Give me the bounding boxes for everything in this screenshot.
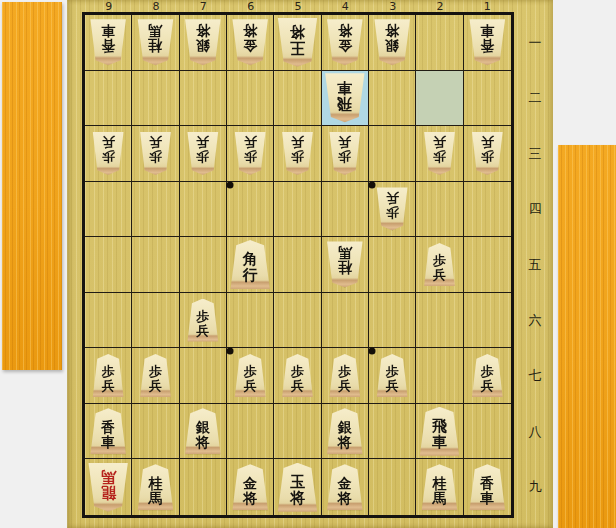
piece-kanji: 歩兵 (291, 365, 304, 392)
square-8-1[interactable]: 桂馬 (132, 15, 179, 71)
piece-gote-pawn-13[interactable]: 歩兵 (471, 132, 503, 175)
piece-kanji: 銀将 (196, 24, 210, 53)
piece-gote-pawn-34[interactable]: 歩兵 (376, 187, 408, 230)
square-3-6[interactable] (369, 293, 416, 349)
square-1-8[interactable] (464, 404, 511, 460)
piece-kanji: 歩兵 (149, 365, 162, 392)
square-4-2-last-move-destination[interactable]: 飛車 (322, 71, 369, 127)
square-7-7[interactable] (180, 348, 227, 404)
square-2-3[interactable]: 歩兵 (416, 126, 463, 182)
piece-sente-knight-89[interactable]: 桂馬 (137, 464, 174, 510)
piece-sente-king-59[interactable]: 玉将 (277, 463, 318, 512)
piece-kanji: 玉将 (290, 475, 305, 507)
square-3-7[interactable]: 歩兵 (369, 348, 416, 404)
square-2-8[interactable]: 飛車 (416, 404, 463, 460)
piece-kanji: 銀将 (338, 420, 352, 449)
piece-kanji: 銀将 (196, 420, 210, 449)
square-3-4[interactable]: 歩兵 (369, 182, 416, 238)
piece-gote-pawn-23[interactable]: 歩兵 (423, 132, 455, 175)
rank-label-4: 四 (517, 182, 553, 238)
square-2-7[interactable] (416, 348, 463, 404)
piece-kanji: 歩兵 (102, 136, 115, 163)
piece-gote-pawn-83[interactable]: 歩兵 (139, 132, 171, 175)
piece-kanji: 歩兵 (338, 365, 351, 392)
square-5-6[interactable] (274, 293, 321, 349)
star-point (227, 181, 234, 188)
komadai-sente-piece-stand (558, 145, 616, 528)
square-1-2[interactable] (464, 71, 511, 127)
piece-sente-lance-19[interactable]: 香車 (469, 464, 506, 510)
star-point (227, 348, 234, 355)
square-6-1[interactable]: 金将 (227, 15, 274, 71)
piece-sente-gold-49[interactable]: 金将 (326, 464, 363, 510)
piece-sente-pawn-25[interactable]: 歩兵 (423, 243, 455, 286)
piece-kanji: 飛車 (432, 419, 447, 451)
piece-kanji: 歩兵 (196, 310, 209, 337)
square-3-9[interactable] (369, 459, 416, 515)
rank-label-9: 九 (517, 460, 553, 516)
piece-kanji: 歩兵 (244, 136, 257, 163)
square-2-5[interactable]: 歩兵 (416, 237, 463, 293)
piece-gote-pawn-43[interactable]: 歩兵 (329, 132, 361, 175)
square-9-2[interactable] (85, 71, 132, 127)
piece-gote-lance-11[interactable]: 香車 (469, 19, 506, 65)
square-6-4[interactable] (227, 182, 274, 238)
square-2-4[interactable] (416, 182, 463, 238)
piece-gote-pawn-63[interactable]: 歩兵 (234, 132, 266, 175)
square-1-4[interactable] (464, 182, 511, 238)
rank-labels: 一二三四五六七八九 (517, 15, 553, 515)
square-4-4[interactable] (322, 182, 369, 238)
square-1-5[interactable] (464, 237, 511, 293)
square-5-4[interactable] (274, 182, 321, 238)
piece-kanji: 桂馬 (148, 476, 162, 505)
square-9-9[interactable]: 龍馬 (85, 459, 132, 515)
square-9-3[interactable]: 歩兵 (85, 126, 132, 182)
rank-label-1: 一 (517, 15, 553, 71)
piece-gote-gold-41[interactable]: 金将 (326, 19, 363, 65)
star-point (369, 181, 376, 188)
square-6-2[interactable] (227, 71, 274, 127)
piece-sente-knight-29[interactable]: 桂馬 (421, 464, 458, 510)
square-7-2[interactable] (180, 71, 227, 127)
square-6-6[interactable] (227, 293, 274, 349)
piece-kanji: 香車 (480, 476, 494, 505)
square-6-3[interactable]: 歩兵 (227, 126, 274, 182)
square-4-6[interactable] (322, 293, 369, 349)
square-3-2[interactable] (369, 71, 416, 127)
square-3-5[interactable] (369, 237, 416, 293)
piece-kanji: 銀将 (385, 24, 399, 53)
square-7-3[interactable]: 歩兵 (180, 126, 227, 182)
square-9-6[interactable] (85, 293, 132, 349)
piece-gote-pawn-73[interactable]: 歩兵 (187, 132, 219, 175)
square-6-8[interactable] (227, 404, 274, 460)
square-5-7[interactable]: 歩兵 (274, 348, 321, 404)
piece-kanji: 歩兵 (196, 136, 209, 163)
piece-sente-lance-98[interactable]: 香車 (90, 408, 127, 454)
piece-kanji: 香車 (480, 24, 494, 53)
piece-kanji: 角行 (243, 252, 258, 284)
square-8-8[interactable] (132, 404, 179, 460)
piece-sente-pawn-57[interactable]: 歩兵 (281, 354, 313, 397)
piece-sente-pawn-17[interactable]: 歩兵 (471, 354, 503, 397)
square-1-3[interactable]: 歩兵 (464, 126, 511, 182)
piece-sente-silver-48[interactable]: 銀将 (326, 408, 363, 454)
komadai-gote-piece-stand (2, 2, 62, 370)
piece-gote-silver-31[interactable]: 銀将 (374, 19, 411, 65)
square-1-7[interactable]: 歩兵 (464, 348, 511, 404)
square-8-3[interactable]: 歩兵 (132, 126, 179, 182)
piece-kanji: 歩兵 (433, 254, 446, 281)
piece-gote-silver-71[interactable]: 銀将 (184, 19, 221, 65)
rank-label-7: 七 (517, 348, 553, 404)
square-7-5[interactable] (180, 237, 227, 293)
square-2-6[interactable] (416, 293, 463, 349)
square-5-2[interactable] (274, 71, 321, 127)
square-2-9[interactable]: 桂馬 (416, 459, 463, 515)
piece-kanji: 歩兵 (386, 192, 399, 219)
square-5-5[interactable] (274, 237, 321, 293)
square-5-3[interactable]: 歩兵 (274, 126, 321, 182)
rank-label-5: 五 (517, 237, 553, 293)
square-9-7[interactable]: 歩兵 (85, 348, 132, 404)
shogi-board-screen: 987654321 一二三四五六七八九 香車桂馬銀将金将王将金将銀将香車飛車歩兵… (0, 0, 616, 528)
square-4-8[interactable]: 銀将 (322, 404, 369, 460)
square-7-4[interactable] (180, 182, 227, 238)
piece-sente-pawn-97[interactable]: 歩兵 (92, 354, 124, 397)
piece-kanji: 龍馬 (101, 468, 116, 500)
piece-sente-silver-78[interactable]: 銀将 (184, 408, 221, 454)
square-5-8[interactable] (274, 404, 321, 460)
square-1-6[interactable] (464, 293, 511, 349)
piece-kanji: 香車 (101, 24, 115, 53)
square-9-4[interactable] (85, 182, 132, 238)
square-4-5[interactable]: 桂馬 (322, 237, 369, 293)
board-frame: 香車桂馬銀将金将王将金将銀将香車飛車歩兵歩兵歩兵歩兵歩兵歩兵歩兵歩兵歩兵角行桂馬… (82, 12, 514, 518)
piece-gote-promoted-bishop-horse-99[interactable]: 龍馬 (88, 463, 129, 512)
piece-sente-pawn-37[interactable]: 歩兵 (376, 354, 408, 397)
piece-kanji: 歩兵 (481, 136, 494, 163)
square-9-1[interactable]: 香車 (85, 15, 132, 71)
square-8-7[interactable]: 歩兵 (132, 348, 179, 404)
square-3-1[interactable]: 銀将 (369, 15, 416, 71)
square-7-6[interactable]: 歩兵 (180, 293, 227, 349)
piece-kanji: 歩兵 (102, 365, 115, 392)
piece-kanji: 香車 (101, 420, 115, 449)
square-8-6[interactable] (132, 293, 179, 349)
square-8-9[interactable]: 桂馬 (132, 459, 179, 515)
piece-sente-pawn-76[interactable]: 歩兵 (187, 299, 219, 342)
rank-label-6: 六 (517, 293, 553, 349)
square-4-7[interactable]: 歩兵 (322, 348, 369, 404)
square-2-2-last-move-origin[interactable] (416, 71, 463, 127)
square-4-3[interactable]: 歩兵 (322, 126, 369, 182)
piece-gote-gold-61[interactable]: 金将 (232, 19, 269, 65)
piece-kanji: 金将 (338, 24, 352, 53)
piece-gote-rook-42[interactable]: 飛車 (324, 73, 365, 122)
piece-kanji: 歩兵 (433, 136, 446, 163)
rank-label-8: 八 (517, 404, 553, 460)
square-6-9[interactable]: 金将 (227, 459, 274, 515)
piece-kanji: 金将 (243, 24, 257, 53)
piece-gote-king-51[interactable]: 王将 (277, 18, 318, 67)
piece-sente-pawn-47[interactable]: 歩兵 (329, 354, 361, 397)
square-5-1[interactable]: 王将 (274, 15, 321, 71)
square-1-9[interactable]: 香車 (464, 459, 511, 515)
square-7-9[interactable] (180, 459, 227, 515)
square-8-2[interactable] (132, 71, 179, 127)
piece-sente-gold-69[interactable]: 金将 (232, 464, 269, 510)
piece-kanji: 桂馬 (432, 476, 446, 505)
piece-gote-knight-81[interactable]: 桂馬 (137, 19, 174, 65)
piece-kanji: 歩兵 (244, 365, 257, 392)
piece-kanji: 歩兵 (149, 136, 162, 163)
square-3-3[interactable] (369, 126, 416, 182)
square-4-1[interactable]: 金将 (322, 15, 369, 71)
rank-label-3: 三 (517, 126, 553, 182)
piece-gote-knight-45[interactable]: 桂馬 (326, 241, 363, 287)
piece-kanji: 歩兵 (291, 136, 304, 163)
piece-sente-bishop-65[interactable]: 角行 (230, 240, 271, 289)
piece-kanji: 王将 (290, 23, 305, 55)
square-4-9[interactable]: 金将 (322, 459, 369, 515)
piece-gote-pawn-93[interactable]: 歩兵 (92, 132, 124, 175)
rank-label-2: 二 (517, 71, 553, 127)
square-8-4[interactable] (132, 182, 179, 238)
square-2-1[interactable] (416, 15, 463, 71)
piece-kanji: 金将 (338, 476, 352, 505)
piece-kanji: 歩兵 (481, 365, 494, 392)
square-7-1[interactable]: 銀将 (180, 15, 227, 71)
square-1-1[interactable]: 香車 (464, 15, 511, 71)
square-7-8[interactable]: 銀将 (180, 404, 227, 460)
square-5-9[interactable]: 玉将 (274, 459, 321, 515)
piece-kanji: 桂馬 (338, 246, 352, 275)
board-grid: 香車桂馬銀将金将王将金将銀将香車飛車歩兵歩兵歩兵歩兵歩兵歩兵歩兵歩兵歩兵角行桂馬… (85, 15, 511, 515)
piece-sente-pawn-67[interactable]: 歩兵 (234, 354, 266, 397)
square-8-5[interactable] (132, 237, 179, 293)
square-3-8[interactable] (369, 404, 416, 460)
piece-kanji: 歩兵 (386, 365, 399, 392)
piece-kanji: 金将 (243, 476, 257, 505)
star-point (369, 348, 376, 355)
square-9-8[interactable]: 香車 (85, 404, 132, 460)
piece-sente-rook-28[interactable]: 飛車 (419, 407, 460, 456)
piece-gote-pawn-53[interactable]: 歩兵 (281, 132, 313, 175)
piece-kanji: 飛車 (337, 79, 352, 111)
piece-sente-pawn-87[interactable]: 歩兵 (139, 354, 171, 397)
piece-kanji: 歩兵 (338, 136, 351, 163)
square-6-5[interactable]: 角行 (227, 237, 274, 293)
square-6-7[interactable]: 歩兵 (227, 348, 274, 404)
square-9-5[interactable] (85, 237, 132, 293)
piece-gote-lance-91[interactable]: 香車 (90, 19, 127, 65)
piece-kanji: 桂馬 (148, 24, 162, 53)
